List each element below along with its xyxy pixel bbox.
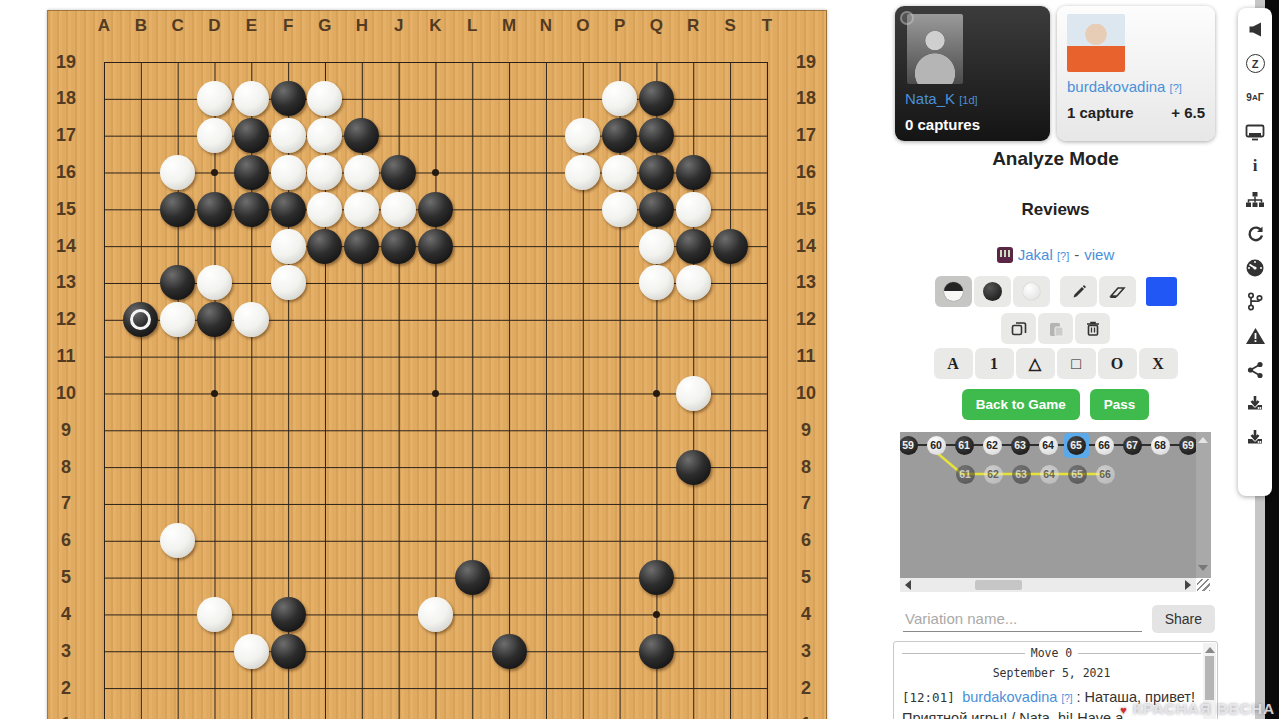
col-label-G: G	[307, 15, 344, 37]
black-player-card[interactable]: Nata_K [1d] 0 captures	[895, 6, 1050, 141]
row-label-3: 3	[788, 633, 824, 670]
star-point-D16	[211, 169, 218, 176]
black-stone-Q17[interactable]	[639, 118, 674, 153]
black-stone-F4[interactable]	[271, 597, 306, 632]
row-label-12: 12	[788, 301, 824, 338]
black-stone-R8[interactable]	[676, 450, 711, 485]
white-player-avatar[interactable]	[1067, 14, 1125, 72]
move-node-61[interactable]: 61	[955, 436, 974, 455]
black-stone-H17[interactable]	[344, 118, 379, 153]
review-dash: -	[1074, 246, 1079, 263]
row-label-9: 9	[788, 412, 824, 449]
col-label-M: M	[491, 15, 528, 37]
row-label-4: 4	[788, 596, 824, 633]
black-stone-M3[interactable]	[492, 634, 527, 669]
paste-icon	[1047, 320, 1065, 338]
black-stone-E17[interactable]	[234, 118, 269, 153]
row-label-6: 6	[48, 522, 84, 559]
markup-tool-X[interactable]: X	[1139, 348, 1178, 379]
fork-game-icon[interactable]	[1244, 290, 1266, 313]
star-point-Q10	[653, 390, 660, 397]
back-to-game-button[interactable]: Back to Game	[962, 389, 1080, 420]
markup-tool-A[interactable]: A	[934, 348, 973, 379]
stone-tools-row	[893, 276, 1218, 307]
watermark-heart-icon: ♥	[1120, 704, 1128, 716]
white-stone-P16[interactable]	[602, 155, 637, 190]
white-stone-C16[interactable]	[160, 155, 195, 190]
white-stone-G16[interactable]	[307, 155, 342, 190]
move-node-64-variation[interactable]: 64	[1040, 465, 1059, 484]
row-label-15: 15	[48, 191, 84, 228]
coordinates-toggle-icon[interactable]: 9AΓ	[1244, 86, 1266, 109]
komi-value: + 6.5	[1171, 104, 1205, 121]
reviews-title: Reviews	[893, 200, 1218, 220]
row-label-5: 5	[788, 559, 824, 596]
row-label-3: 3	[48, 633, 84, 670]
move-node-65[interactable]: 65	[1067, 436, 1086, 455]
move-tree-horizontal-scrollbar[interactable]	[900, 578, 1196, 592]
white-stone-C6[interactable]	[160, 523, 195, 558]
eraser-icon	[1108, 283, 1127, 301]
variation-row: Share	[903, 605, 1215, 633]
col-label-J: J	[380, 15, 417, 37]
variation-name-input[interactable]	[903, 606, 1142, 632]
copy-position-button[interactable]	[1001, 313, 1036, 344]
move-tree-vertical-scrollbar[interactable]	[1196, 432, 1211, 578]
zen-mode-icon[interactable]: Z	[1244, 52, 1266, 75]
black-stone-R16[interactable]	[676, 155, 711, 190]
white-player-name[interactable]: burdakovadina [?]	[1067, 78, 1205, 95]
col-label-B: B	[122, 15, 159, 37]
chat-scrollbar-thumb[interactable]	[1205, 656, 1214, 700]
move-node-64[interactable]: 64	[1039, 436, 1058, 455]
move-node-59[interactable]: 59	[900, 436, 918, 455]
row-label-2: 2	[788, 670, 824, 707]
white-stone-C12[interactable]	[160, 302, 195, 337]
black-stone-F15[interactable]	[271, 192, 306, 227]
scroll-left-icon[interactable]	[905, 580, 911, 590]
black-stone-Q3[interactable]	[639, 634, 674, 669]
white-stone-K4[interactable]	[418, 597, 453, 632]
row-label-9: 9	[48, 412, 84, 449]
row-label-13: 13	[788, 265, 824, 302]
white-stone-P15[interactable]	[602, 192, 637, 227]
chat-date: September 5, 2021	[902, 666, 1201, 680]
white-stone-F17[interactable]	[271, 118, 306, 153]
white-stone-G15[interactable]	[307, 192, 342, 227]
black-player-avatar[interactable]	[907, 14, 963, 84]
star-point-K16	[432, 169, 439, 176]
white-stone-D13[interactable]	[197, 265, 232, 300]
game-action-buttons: Back to Game Pass	[893, 389, 1218, 420]
row-label-11: 11	[788, 338, 824, 375]
move-node-67[interactable]: 67	[1123, 436, 1142, 455]
row-label-8: 8	[48, 449, 84, 486]
info-icon[interactable]: i	[1244, 154, 1266, 177]
col-label-N: N	[528, 15, 565, 37]
row-label-5: 5	[48, 559, 84, 596]
row-label-13: 13	[48, 265, 84, 302]
white-stone-E18[interactable]	[234, 81, 269, 116]
black-stone-Q18[interactable]	[639, 81, 674, 116]
star-point-Q4	[653, 611, 660, 618]
black-stone-J14[interactable]	[381, 229, 416, 264]
col-label-H: H	[343, 15, 380, 37]
markup-tool-1[interactable]: 1	[975, 348, 1014, 379]
row-label-1: 1	[48, 707, 84, 719]
board-row-labels-right: 19181716151413121110987654321	[788, 44, 824, 719]
download-image-icon[interactable]	[1244, 426, 1266, 449]
row-label-11: 11	[48, 338, 84, 375]
go-board[interactable]: ABCDEFGHJKLMNOPQRST 19181716151413121110…	[47, 10, 827, 719]
move-tree-canvas[interactable]: 5960616263646566676869616263646566	[900, 432, 1196, 578]
scrollbar-thumb[interactable]	[975, 580, 1022, 590]
col-label-E: E	[233, 15, 270, 37]
col-label-F: F	[270, 15, 307, 37]
move-node-69[interactable]: 69	[1179, 436, 1197, 455]
row-label-16: 16	[788, 154, 824, 191]
watermark: ♥ КРАСНАЯ ВЕСНА	[1120, 700, 1275, 717]
board-column-labels: ABCDEFGHJKLMNOPQRST	[86, 15, 786, 37]
black-stone-B12[interactable]	[123, 302, 158, 337]
black-stone-Q15[interactable]	[639, 192, 674, 227]
row-label-17: 17	[788, 117, 824, 154]
screen-icon[interactable]	[1244, 120, 1266, 143]
row-label-16: 16	[48, 154, 84, 191]
move-node-62[interactable]: 62	[983, 436, 1002, 455]
draw-color-swatch[interactable]	[1146, 277, 1177, 306]
row-label-14: 14	[788, 228, 824, 265]
black-stone-C13[interactable]	[160, 265, 195, 300]
move-node-66[interactable]: 66	[1095, 436, 1114, 455]
col-label-R: R	[675, 15, 712, 37]
white-stone-F13[interactable]	[271, 265, 306, 300]
markup-tool-△[interactable]: △	[1016, 348, 1055, 379]
markup-tool-O[interactable]: O	[1098, 348, 1137, 379]
white-stone-Q14[interactable]	[639, 229, 674, 264]
review-author-link[interactable]: Jakal [?]	[1018, 246, 1069, 263]
resize-grip[interactable]	[1197, 579, 1210, 591]
white-stone-F16[interactable]	[271, 155, 306, 190]
col-label-P: P	[601, 15, 638, 37]
move-node-66-variation[interactable]: 66	[1096, 465, 1115, 484]
row-label-15: 15	[788, 191, 824, 228]
row-label-12: 12	[48, 301, 84, 338]
white-stone-tool-button[interactable]	[1013, 276, 1050, 307]
move-header: Move 0	[902, 646, 1201, 660]
white-stone-E12[interactable]	[234, 302, 269, 337]
white-stone-F14[interactable]	[271, 229, 306, 264]
move-node-68[interactable]: 68	[1151, 436, 1170, 455]
pencil-tool-button[interactable]	[1060, 276, 1097, 307]
black-player-name[interactable]: Nata_K [1d]	[905, 90, 1040, 107]
paste-position-button[interactable]	[1038, 313, 1073, 344]
white-stone-R10[interactable]	[676, 376, 711, 411]
black-stone-Q5[interactable]	[639, 560, 674, 595]
col-label-O: O	[564, 15, 601, 37]
black-player-rank: [1d]	[959, 94, 977, 106]
markup-tools-row: A1△□OX	[893, 348, 1218, 379]
white-captures: 1 capture	[1067, 104, 1134, 121]
row-label-6: 6	[788, 522, 824, 559]
col-label-D: D	[196, 15, 233, 37]
move-node-65-variation[interactable]: 65	[1068, 465, 1087, 484]
score-estimate-icon[interactable]	[1244, 256, 1266, 279]
white-stone-D17[interactable]	[197, 118, 232, 153]
chat-scroll-up-icon[interactable]	[1205, 647, 1215, 653]
row-label-18: 18	[48, 80, 84, 117]
review-entry: Jakal [?] - view	[893, 246, 1218, 263]
scroll-down-icon[interactable]	[1198, 565, 1208, 571]
analyze-mode-title: Analyze Mode	[893, 148, 1218, 170]
black-stone-J16[interactable]	[381, 155, 416, 190]
game-tree-icon[interactable]	[1244, 188, 1266, 211]
report-icon[interactable]	[1244, 324, 1266, 347]
white-stone-icon	[1023, 283, 1040, 300]
move-node-63[interactable]: 63	[1011, 436, 1030, 455]
white-stone-G18[interactable]	[307, 81, 342, 116]
white-player-card[interactable]: burdakovadina [?] 1 capture + 6.5	[1057, 6, 1215, 141]
col-label-C: C	[159, 15, 196, 37]
row-label-18: 18	[788, 80, 824, 117]
black-stone-G14[interactable]	[307, 229, 342, 264]
move-node-60[interactable]: 60	[927, 436, 946, 455]
black-stone-L5[interactable]	[455, 560, 490, 595]
white-stone-E3[interactable]	[234, 634, 269, 669]
black-stone-F3[interactable]	[271, 634, 306, 669]
star-point-D10	[211, 390, 218, 397]
refresh-icon[interactable]	[1244, 222, 1266, 245]
move-node-62-variation[interactable]: 62	[984, 465, 1003, 484]
white-stone-O17[interactable]	[565, 118, 600, 153]
col-label-K: K	[417, 15, 454, 37]
col-label-L: L	[454, 15, 491, 37]
black-stone-E16[interactable]	[234, 155, 269, 190]
player-cards: Nata_K [1d] 0 captures burdakovadina [?]…	[895, 6, 1217, 141]
stones-layer[interactable]	[86, 44, 786, 719]
white-stone-D4[interactable]	[197, 597, 232, 632]
black-stone-P17[interactable]	[602, 118, 637, 153]
volume-icon[interactable]	[1244, 18, 1266, 41]
row-label-19: 19	[788, 44, 824, 81]
black-stone-K15[interactable]	[418, 192, 453, 227]
white-stone-H16[interactable]	[344, 155, 379, 190]
white-stone-D18[interactable]	[197, 81, 232, 116]
eraser-tool-button[interactable]	[1099, 276, 1136, 307]
download-sgf-icon[interactable]	[1244, 392, 1266, 415]
clipboard-tools-row	[893, 313, 1218, 344]
row-label-10: 10	[48, 375, 84, 412]
pencil-icon	[1070, 283, 1088, 301]
share-button[interactable]: Share	[1152, 605, 1215, 633]
black-stone-C15[interactable]	[160, 192, 195, 227]
black-stone-tool-button[interactable]	[974, 276, 1011, 307]
scroll-right-icon[interactable]	[1185, 580, 1191, 590]
row-label-19: 19	[48, 44, 84, 81]
row-label-7: 7	[48, 486, 84, 523]
row-label-8: 8	[788, 449, 824, 486]
game-controls-rail: Z 9AΓ i	[1238, 8, 1272, 496]
star-point-K10	[432, 390, 439, 397]
white-stone-R15[interactable]	[676, 192, 711, 227]
black-stone-F18[interactable]	[271, 81, 306, 116]
move-tree[interactable]: 5960616263646566676869616263646566	[900, 432, 1211, 592]
black-stone-K14[interactable]	[418, 229, 453, 264]
share-icon[interactable]	[1244, 358, 1266, 381]
row-label-1: 1	[788, 707, 824, 719]
black-stone-D15[interactable]	[197, 192, 232, 227]
chat-user-link[interactable]: burdakovadina	[962, 689, 1061, 705]
move-node-63-variation[interactable]: 63	[1012, 465, 1031, 484]
alternate-stone-icon	[944, 282, 963, 301]
scroll-up-icon[interactable]	[1198, 437, 1208, 443]
white-stone-G17[interactable]	[307, 118, 342, 153]
white-stone-O16[interactable]	[565, 155, 600, 190]
alternate-stone-tool-button[interactable]	[935, 276, 972, 307]
white-stone-Q13[interactable]	[639, 265, 674, 300]
row-label-2: 2	[48, 670, 84, 707]
white-stone-H15[interactable]	[344, 192, 379, 227]
col-label-T: T	[749, 15, 786, 37]
black-captures: 0 captures	[905, 116, 980, 133]
review-view-link[interactable]: view	[1084, 246, 1114, 263]
delete-branch-button[interactable]	[1075, 313, 1110, 344]
markup-tool-□[interactable]: □	[1057, 348, 1096, 379]
review-source-icon	[997, 247, 1013, 263]
col-label-A: A	[86, 15, 123, 37]
col-label-S: S	[712, 15, 749, 37]
pass-button[interactable]: Pass	[1090, 389, 1150, 420]
black-stone-S14[interactable]	[713, 229, 748, 264]
player-color-indicator-icon	[900, 11, 914, 25]
move-node-61-variation[interactable]: 61	[956, 465, 975, 484]
black-stone-Q16[interactable]	[639, 155, 674, 190]
row-label-14: 14	[48, 228, 84, 265]
copy-icon	[1010, 320, 1028, 338]
row-label-7: 7	[788, 486, 824, 523]
col-label-Q: Q	[638, 15, 675, 37]
board-row-labels-left: 19181716151413121110987654321	[48, 44, 84, 719]
row-label-4: 4	[48, 596, 84, 633]
row-label-10: 10	[788, 375, 824, 412]
black-stone-R14[interactable]	[676, 229, 711, 264]
row-label-17: 17	[48, 117, 84, 154]
trash-icon	[1085, 320, 1101, 337]
white-stone-J15[interactable]	[381, 192, 416, 227]
white-stone-R13[interactable]	[676, 265, 711, 300]
black-stone-E15[interactable]	[234, 192, 269, 227]
black-stone-D12[interactable]	[197, 302, 232, 337]
black-stone-icon	[983, 282, 1002, 301]
white-stone-P18[interactable]	[602, 81, 637, 116]
white-player-rank: [?]	[1170, 82, 1182, 94]
black-stone-H14[interactable]	[344, 229, 379, 264]
